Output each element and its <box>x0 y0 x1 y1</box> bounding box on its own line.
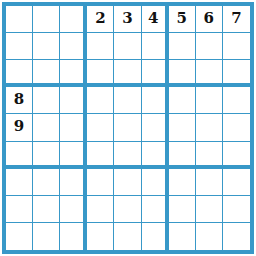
cell-r7c4[interactable] <box>87 169 114 196</box>
cell-r1c8[interactable]: 6 <box>196 6 223 33</box>
cell-r7c2[interactable] <box>33 169 60 196</box>
cell-r5c7[interactable] <box>169 114 196 141</box>
cell-r2c8[interactable] <box>196 33 223 60</box>
given-digit: 4 <box>148 11 158 26</box>
cell-r5c1[interactable]: 9 <box>6 114 33 141</box>
cell-r3c6[interactable] <box>142 60 169 87</box>
cell-r4c8[interactable] <box>196 87 223 114</box>
cell-r6c2[interactable] <box>33 142 60 169</box>
cell-r9c2[interactable] <box>33 223 60 250</box>
cell-r3c9[interactable] <box>223 60 250 87</box>
cell-r3c2[interactable] <box>33 60 60 87</box>
given-digit: 9 <box>14 119 24 134</box>
cell-r7c5[interactable] <box>114 169 141 196</box>
cell-r3c7[interactable] <box>169 60 196 87</box>
cell-r5c5[interactable] <box>114 114 141 141</box>
cell-r7c1[interactable] <box>6 169 33 196</box>
cell-r8c7[interactable] <box>169 196 196 223</box>
cell-r6c7[interactable] <box>169 142 196 169</box>
cell-r1c2[interactable] <box>33 6 60 33</box>
cell-r5c3[interactable] <box>60 114 87 141</box>
cell-r4c5[interactable] <box>114 87 141 114</box>
cell-r5c9[interactable] <box>223 114 250 141</box>
cell-r2c1[interactable] <box>6 33 33 60</box>
cell-r3c1[interactable] <box>6 60 33 87</box>
cell-r8c8[interactable] <box>196 196 223 223</box>
cell-r5c2[interactable] <box>33 114 60 141</box>
cell-r5c8[interactable] <box>196 114 223 141</box>
cell-r8c3[interactable] <box>60 196 87 223</box>
cell-r8c4[interactable] <box>87 196 114 223</box>
sudoku-screenshot: 23456789 <box>0 0 256 256</box>
cell-r8c2[interactable] <box>33 196 60 223</box>
cell-r9c9[interactable] <box>223 223 250 250</box>
cell-r6c9[interactable] <box>223 142 250 169</box>
cell-r6c4[interactable] <box>87 142 114 169</box>
cell-r3c4[interactable] <box>87 60 114 87</box>
cell-r8c5[interactable] <box>114 196 141 223</box>
cell-r2c9[interactable] <box>223 33 250 60</box>
cell-r1c1[interactable] <box>6 6 33 33</box>
cell-r1c6[interactable]: 4 <box>142 6 169 33</box>
cell-r2c2[interactable] <box>33 33 60 60</box>
cell-r4c9[interactable] <box>223 87 250 114</box>
cell-r7c7[interactable] <box>169 169 196 196</box>
given-digit: 6 <box>204 11 214 26</box>
cell-r9c8[interactable] <box>196 223 223 250</box>
cell-r6c3[interactable] <box>60 142 87 169</box>
cell-r2c6[interactable] <box>142 33 169 60</box>
cell-r9c3[interactable] <box>60 223 87 250</box>
cell-r7c9[interactable] <box>223 169 250 196</box>
sudoku-board: 23456789 <box>2 2 254 254</box>
given-digit: 3 <box>122 11 132 26</box>
cell-r2c5[interactable] <box>114 33 141 60</box>
cell-r3c3[interactable] <box>60 60 87 87</box>
cell-r7c3[interactable] <box>60 169 87 196</box>
given-digit: 7 <box>231 11 241 26</box>
cell-r1c3[interactable] <box>60 6 87 33</box>
cell-r7c6[interactable] <box>142 169 169 196</box>
cell-r4c6[interactable] <box>142 87 169 114</box>
cell-r5c4[interactable] <box>87 114 114 141</box>
cell-r1c5[interactable]: 3 <box>114 6 141 33</box>
cell-r4c4[interactable] <box>87 87 114 114</box>
cell-r7c8[interactable] <box>196 169 223 196</box>
cell-r2c3[interactable] <box>60 33 87 60</box>
cell-r4c2[interactable] <box>33 87 60 114</box>
cell-r1c7[interactable]: 5 <box>169 6 196 33</box>
cell-r4c7[interactable] <box>169 87 196 114</box>
cell-r8c9[interactable] <box>223 196 250 223</box>
cell-r9c4[interactable] <box>87 223 114 250</box>
given-digit: 5 <box>176 11 186 26</box>
cell-r6c8[interactable] <box>196 142 223 169</box>
cell-r9c1[interactable] <box>6 223 33 250</box>
cell-r3c5[interactable] <box>114 60 141 87</box>
cell-r8c1[interactable] <box>6 196 33 223</box>
given-digit: 2 <box>95 11 105 26</box>
cell-r4c3[interactable] <box>60 87 87 114</box>
cell-r9c6[interactable] <box>142 223 169 250</box>
cell-r9c5[interactable] <box>114 223 141 250</box>
cell-r3c8[interactable] <box>196 60 223 87</box>
cell-r6c1[interactable] <box>6 142 33 169</box>
cell-r2c7[interactable] <box>169 33 196 60</box>
cell-r6c5[interactable] <box>114 142 141 169</box>
cell-r8c6[interactable] <box>142 196 169 223</box>
cell-r1c4[interactable]: 2 <box>87 6 114 33</box>
cell-r6c6[interactable] <box>142 142 169 169</box>
cell-r1c9[interactable]: 7 <box>223 6 250 33</box>
cell-r2c4[interactable] <box>87 33 114 60</box>
cell-r4c1[interactable]: 8 <box>6 87 33 114</box>
cell-r5c6[interactable] <box>142 114 169 141</box>
given-digit: 8 <box>14 92 24 107</box>
cell-r9c7[interactable] <box>169 223 196 250</box>
